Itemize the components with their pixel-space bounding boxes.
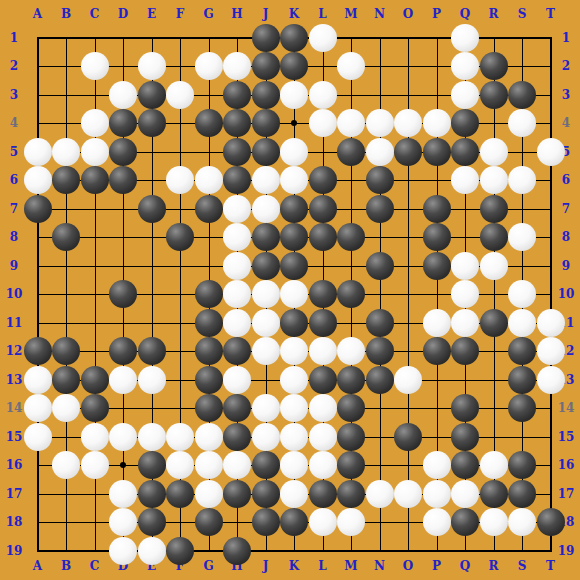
row-label-right-8: 8	[562, 230, 570, 244]
white-stone-H8[interactable]	[223, 223, 251, 251]
row-label-left-3: 3	[10, 88, 18, 102]
black-stone-H12[interactable]	[223, 337, 251, 365]
column-label-bottom-B: B	[61, 559, 71, 573]
black-stone-D10[interactable]	[109, 280, 137, 308]
black-stone-H3[interactable]	[223, 81, 251, 109]
black-stone-H4[interactable]	[223, 109, 251, 137]
white-stone-S6[interactable]	[508, 166, 536, 194]
row-label-left-8: 8	[10, 230, 18, 244]
white-stone-D13[interactable]	[109, 366, 137, 394]
white-stone-D17[interactable]	[109, 480, 137, 508]
black-stone-L11[interactable]	[309, 309, 337, 337]
black-stone-Q14[interactable]	[451, 394, 479, 422]
row-label-left-12: 12	[6, 344, 23, 358]
black-stone-H6[interactable]	[223, 166, 251, 194]
black-stone-N13[interactable]	[366, 366, 394, 394]
white-stone-C15[interactable]	[81, 423, 109, 451]
row-label-left-9: 9	[10, 259, 18, 273]
white-stone-P18[interactable]	[423, 508, 451, 536]
white-stone-S18[interactable]	[508, 508, 536, 536]
black-stone-L6[interactable]	[309, 166, 337, 194]
white-stone-R16[interactable]	[480, 451, 508, 479]
white-stone-T13[interactable]	[537, 366, 565, 394]
column-label-bottom-R: R	[489, 559, 499, 573]
white-stone-M2[interactable]	[337, 52, 365, 80]
black-stone-R17[interactable]	[480, 480, 508, 508]
black-stone-B6[interactable]	[52, 166, 80, 194]
row-label-right-15: 15	[558, 430, 575, 444]
white-stone-K6[interactable]	[280, 166, 308, 194]
row-label-left-19: 19	[6, 544, 23, 558]
black-stone-Q18[interactable]	[451, 508, 479, 536]
white-stone-H13[interactable]	[223, 366, 251, 394]
black-stone-J18[interactable]	[252, 508, 280, 536]
white-stone-K12[interactable]	[280, 337, 308, 365]
white-stone-G2[interactable]	[195, 52, 223, 80]
white-stone-F6[interactable]	[166, 166, 194, 194]
white-stone-K5[interactable]	[280, 138, 308, 166]
white-stone-L16[interactable]	[309, 451, 337, 479]
black-stone-G12[interactable]	[195, 337, 223, 365]
white-stone-O17[interactable]	[394, 480, 422, 508]
black-stone-J3[interactable]	[252, 81, 280, 109]
column-label-top-K: K	[289, 7, 299, 21]
row-label-right-14: 14	[558, 401, 575, 415]
white-stone-R9[interactable]	[480, 252, 508, 280]
white-stone-L12[interactable]	[309, 337, 337, 365]
black-stone-L17[interactable]	[309, 480, 337, 508]
white-stone-O13[interactable]	[394, 366, 422, 394]
black-stone-Q15[interactable]	[451, 423, 479, 451]
white-stone-C5[interactable]	[81, 138, 109, 166]
black-stone-D6[interactable]	[109, 166, 137, 194]
black-stone-S3[interactable]	[508, 81, 536, 109]
black-stone-E17[interactable]	[138, 480, 166, 508]
white-stone-A14[interactable]	[24, 394, 52, 422]
black-stone-R8[interactable]	[480, 223, 508, 251]
row-label-right-10: 10	[558, 287, 575, 301]
row-label-left-6: 6	[10, 173, 18, 187]
white-stone-P11[interactable]	[423, 309, 451, 337]
white-stone-Q2[interactable]	[451, 52, 479, 80]
white-stone-K13[interactable]	[280, 366, 308, 394]
column-label-top-R: R	[489, 7, 499, 21]
row-label-right-4: 4	[562, 116, 570, 130]
black-stone-M13[interactable]	[337, 366, 365, 394]
black-stone-P9[interactable]	[423, 252, 451, 280]
row-label-left-17: 17	[6, 487, 23, 501]
white-stone-J15[interactable]	[252, 423, 280, 451]
black-stone-H19[interactable]	[223, 537, 251, 565]
column-label-top-E: E	[147, 7, 156, 21]
column-label-bottom-A: A	[33, 559, 42, 573]
white-stone-Q11[interactable]	[451, 309, 479, 337]
column-label-bottom-G: G	[203, 559, 213, 573]
white-stone-F16[interactable]	[166, 451, 194, 479]
row-label-left-13: 13	[6, 373, 23, 387]
black-stone-K18[interactable]	[280, 508, 308, 536]
column-label-top-G: G	[203, 7, 213, 21]
column-label-top-B: B	[61, 7, 71, 21]
black-stone-J17[interactable]	[252, 480, 280, 508]
white-stone-E19[interactable]	[138, 537, 166, 565]
white-stone-B14[interactable]	[52, 394, 80, 422]
black-stone-P12[interactable]	[423, 337, 451, 365]
white-stone-E2[interactable]	[138, 52, 166, 80]
white-stone-E15[interactable]	[138, 423, 166, 451]
white-stone-J7[interactable]	[252, 195, 280, 223]
row-label-left-11: 11	[6, 316, 23, 330]
white-stone-Q6[interactable]	[451, 166, 479, 194]
black-stone-H15[interactable]	[223, 423, 251, 451]
white-stone-K17[interactable]	[280, 480, 308, 508]
row-label-left-18: 18	[6, 515, 23, 529]
black-stone-Q16[interactable]	[451, 451, 479, 479]
white-stone-J10[interactable]	[252, 280, 280, 308]
white-stone-L3[interactable]	[309, 81, 337, 109]
row-label-right-7: 7	[562, 202, 570, 216]
column-label-top-F: F	[176, 7, 185, 21]
white-stone-R6[interactable]	[480, 166, 508, 194]
black-stone-N7[interactable]	[366, 195, 394, 223]
column-label-bottom-Q: Q	[460, 559, 470, 573]
white-stone-P17[interactable]	[423, 480, 451, 508]
black-stone-G13[interactable]	[195, 366, 223, 394]
row-label-left-5: 5	[10, 145, 18, 159]
white-stone-H2[interactable]	[223, 52, 251, 80]
white-stone-O4[interactable]	[394, 109, 422, 137]
row-label-right-3: 3	[562, 88, 570, 102]
black-stone-L10[interactable]	[309, 280, 337, 308]
black-stone-C6[interactable]	[81, 166, 109, 194]
black-stone-E7[interactable]	[138, 195, 166, 223]
black-stone-K8[interactable]	[280, 223, 308, 251]
black-stone-E12[interactable]	[138, 337, 166, 365]
go-board[interactable]: AABBCCDDEEFFGGHHJJKKLLMMNNOOPPQQRRSSTT11…	[0, 0, 580, 580]
column-label-bottom-S: S	[518, 559, 527, 573]
row-label-right-6: 6	[562, 173, 570, 187]
white-stone-Q3[interactable]	[451, 81, 479, 109]
column-label-top-N: N	[374, 7, 385, 21]
white-stone-E13[interactable]	[138, 366, 166, 394]
black-stone-M15[interactable]	[337, 423, 365, 451]
black-stone-J16[interactable]	[252, 451, 280, 479]
black-stone-G14[interactable]	[195, 394, 223, 422]
column-label-top-D: D	[118, 7, 128, 21]
black-stone-G18[interactable]	[195, 508, 223, 536]
black-stone-N11[interactable]	[366, 309, 394, 337]
column-label-top-S: S	[518, 7, 527, 21]
black-stone-Q5[interactable]	[451, 138, 479, 166]
white-stone-J11[interactable]	[252, 309, 280, 337]
column-label-bottom-L: L	[318, 559, 326, 573]
white-stone-Q9[interactable]	[451, 252, 479, 280]
column-label-bottom-T: T	[546, 559, 555, 573]
white-stone-S11[interactable]	[508, 309, 536, 337]
white-stone-D19[interactable]	[109, 537, 137, 565]
column-label-top-M: M	[344, 7, 357, 21]
row-label-left-4: 4	[10, 116, 18, 130]
black-stone-L7[interactable]	[309, 195, 337, 223]
white-stone-T11[interactable]	[537, 309, 565, 337]
black-stone-S17[interactable]	[508, 480, 536, 508]
column-label-top-O: O	[403, 7, 413, 21]
black-stone-J8[interactable]	[252, 223, 280, 251]
black-stone-P8[interactable]	[423, 223, 451, 251]
black-stone-D5[interactable]	[109, 138, 137, 166]
black-stone-E4[interactable]	[138, 109, 166, 137]
column-label-top-L: L	[318, 7, 326, 21]
white-stone-M12[interactable]	[337, 337, 365, 365]
white-stone-N4[interactable]	[366, 109, 394, 137]
white-stone-S10[interactable]	[508, 280, 536, 308]
row-label-right-9: 9	[562, 259, 570, 273]
white-stone-H9[interactable]	[223, 252, 251, 280]
black-stone-F17[interactable]	[166, 480, 194, 508]
white-stone-H16[interactable]	[223, 451, 251, 479]
column-label-top-T: T	[546, 7, 555, 21]
white-stone-G16[interactable]	[195, 451, 223, 479]
white-stone-H7[interactable]	[223, 195, 251, 223]
black-stone-K7[interactable]	[280, 195, 308, 223]
row-label-right-19: 19	[558, 544, 575, 558]
black-stone-H17[interactable]	[223, 480, 251, 508]
black-stone-G11[interactable]	[195, 309, 223, 337]
white-stone-D15[interactable]	[109, 423, 137, 451]
white-stone-S4[interactable]	[508, 109, 536, 137]
black-stone-R3[interactable]	[480, 81, 508, 109]
white-stone-M4[interactable]	[337, 109, 365, 137]
row-label-right-2: 2	[562, 59, 570, 73]
black-stone-J4[interactable]	[252, 109, 280, 137]
white-stone-A13[interactable]	[24, 366, 52, 394]
white-stone-G15[interactable]	[195, 423, 223, 451]
black-stone-F8[interactable]	[166, 223, 194, 251]
row-label-right-16: 16	[558, 458, 575, 472]
white-stone-N5[interactable]	[366, 138, 394, 166]
black-stone-S13[interactable]	[508, 366, 536, 394]
column-label-top-C: C	[90, 7, 100, 21]
column-label-top-H: H	[231, 7, 242, 21]
white-stone-M18[interactable]	[337, 508, 365, 536]
row-label-left-1: 1	[10, 31, 18, 45]
black-stone-C13[interactable]	[81, 366, 109, 394]
black-stone-O5[interactable]	[394, 138, 422, 166]
white-stone-L1[interactable]	[309, 24, 337, 52]
white-stone-A6[interactable]	[24, 166, 52, 194]
black-stone-N9[interactable]	[366, 252, 394, 280]
black-stone-Q4[interactable]	[451, 109, 479, 137]
white-stone-Q10[interactable]	[451, 280, 479, 308]
black-stone-C14[interactable]	[81, 394, 109, 422]
row-label-left-15: 15	[6, 430, 23, 444]
white-stone-T5[interactable]	[537, 138, 565, 166]
black-stone-R11[interactable]	[480, 309, 508, 337]
black-stone-O15[interactable]	[394, 423, 422, 451]
white-stone-B16[interactable]	[52, 451, 80, 479]
black-stone-K9[interactable]	[280, 252, 308, 280]
white-stone-P4[interactable]	[423, 109, 451, 137]
black-stone-J5[interactable]	[252, 138, 280, 166]
white-stone-F15[interactable]	[166, 423, 194, 451]
black-stone-E18[interactable]	[138, 508, 166, 536]
black-stone-G4[interactable]	[195, 109, 223, 137]
white-stone-L15[interactable]	[309, 423, 337, 451]
column-label-bottom-N: N	[374, 559, 385, 573]
white-stone-H11[interactable]	[223, 309, 251, 337]
white-stone-K14[interactable]	[280, 394, 308, 422]
white-stone-P16[interactable]	[423, 451, 451, 479]
row-label-right-1: 1	[562, 31, 570, 45]
row-label-left-16: 16	[6, 458, 23, 472]
column-label-top-J: J	[263, 7, 269, 21]
black-stone-M8[interactable]	[337, 223, 365, 251]
white-stone-K15[interactable]	[280, 423, 308, 451]
hoshi-point	[291, 120, 297, 126]
black-stone-S12[interactable]	[508, 337, 536, 365]
column-label-top-Q: Q	[460, 7, 470, 21]
white-stone-H10[interactable]	[223, 280, 251, 308]
black-stone-M16[interactable]	[337, 451, 365, 479]
row-label-left-10: 10	[6, 287, 23, 301]
black-stone-K2[interactable]	[280, 52, 308, 80]
black-stone-B8[interactable]	[52, 223, 80, 251]
white-stone-D3[interactable]	[109, 81, 137, 109]
black-stone-M14[interactable]	[337, 394, 365, 422]
column-label-bottom-M: M	[344, 559, 357, 573]
white-stone-L4[interactable]	[309, 109, 337, 137]
black-stone-J9[interactable]	[252, 252, 280, 280]
black-stone-R7[interactable]	[480, 195, 508, 223]
white-stone-L14[interactable]	[309, 394, 337, 422]
white-stone-J14[interactable]	[252, 394, 280, 422]
hoshi-point	[120, 462, 126, 468]
black-stone-S16[interactable]	[508, 451, 536, 479]
white-stone-R5[interactable]	[480, 138, 508, 166]
column-label-top-A: A	[33, 7, 42, 21]
column-label-bottom-O: O	[403, 559, 413, 573]
row-label-left-2: 2	[10, 59, 18, 73]
white-stone-K3[interactable]	[280, 81, 308, 109]
black-stone-D12[interactable]	[109, 337, 137, 365]
white-stone-C16[interactable]	[81, 451, 109, 479]
white-stone-F3[interactable]	[166, 81, 194, 109]
row-label-left-7: 7	[10, 202, 18, 216]
black-stone-N12[interactable]	[366, 337, 394, 365]
white-stone-Q1[interactable]	[451, 24, 479, 52]
white-stone-S8[interactable]	[508, 223, 536, 251]
black-stone-D4[interactable]	[109, 109, 137, 137]
black-stone-A7[interactable]	[24, 195, 52, 223]
black-stone-S14[interactable]	[508, 394, 536, 422]
white-stone-J12[interactable]	[252, 337, 280, 365]
column-label-bottom-K: K	[289, 559, 299, 573]
column-label-bottom-P: P	[432, 559, 441, 573]
black-stone-Q12[interactable]	[451, 337, 479, 365]
black-stone-K1[interactable]	[280, 24, 308, 52]
white-stone-K16[interactable]	[280, 451, 308, 479]
white-stone-Q17[interactable]	[451, 480, 479, 508]
black-stone-G7[interactable]	[195, 195, 223, 223]
black-stone-G10[interactable]	[195, 280, 223, 308]
black-stone-E16[interactable]	[138, 451, 166, 479]
white-stone-A15[interactable]	[24, 423, 52, 451]
white-stone-K10[interactable]	[280, 280, 308, 308]
black-stone-P5[interactable]	[423, 138, 451, 166]
column-label-bottom-C: C	[90, 559, 100, 573]
black-stone-L13[interactable]	[309, 366, 337, 394]
black-stone-B13[interactable]	[52, 366, 80, 394]
white-stone-J6[interactable]	[252, 166, 280, 194]
black-stone-J1[interactable]	[252, 24, 280, 52]
row-label-right-17: 17	[558, 487, 575, 501]
column-label-bottom-J: J	[263, 559, 269, 573]
black-stone-J2[interactable]	[252, 52, 280, 80]
black-stone-A12[interactable]	[24, 337, 52, 365]
white-stone-G6[interactable]	[195, 166, 223, 194]
black-stone-M17[interactable]	[337, 480, 365, 508]
black-stone-L8[interactable]	[309, 223, 337, 251]
white-stone-B5[interactable]	[52, 138, 80, 166]
white-stone-D18[interactable]	[109, 508, 137, 536]
black-stone-M5[interactable]	[337, 138, 365, 166]
white-stone-L18[interactable]	[309, 508, 337, 536]
row-label-left-14: 14	[6, 401, 23, 415]
white-stone-T12[interactable]	[537, 337, 565, 365]
black-stone-E3[interactable]	[138, 81, 166, 109]
white-stone-C4[interactable]	[81, 109, 109, 137]
black-stone-M10[interactable]	[337, 280, 365, 308]
black-stone-T18[interactable]	[537, 508, 565, 536]
black-stone-N6[interactable]	[366, 166, 394, 194]
black-stone-B12[interactable]	[52, 337, 80, 365]
black-stone-K11[interactable]	[280, 309, 308, 337]
column-label-top-P: P	[432, 7, 441, 21]
white-stone-C2[interactable]	[81, 52, 109, 80]
black-stone-P7[interactable]	[423, 195, 451, 223]
black-stone-F19[interactable]	[166, 537, 194, 565]
white-stone-A5[interactable]	[24, 138, 52, 166]
white-stone-G17[interactable]	[195, 480, 223, 508]
white-stone-N17[interactable]	[366, 480, 394, 508]
black-stone-R2[interactable]	[480, 52, 508, 80]
black-stone-H14[interactable]	[223, 394, 251, 422]
white-stone-R18[interactable]	[480, 508, 508, 536]
black-stone-H5[interactable]	[223, 138, 251, 166]
